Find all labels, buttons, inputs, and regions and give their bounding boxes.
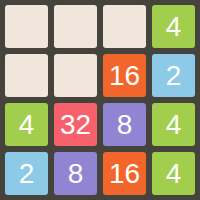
cell-r1c2: 16 bbox=[103, 54, 146, 97]
cell-r2c1: 32 bbox=[54, 103, 97, 146]
cell-r1c3: 2 bbox=[152, 54, 195, 97]
cell-r0c3: 4 bbox=[152, 5, 195, 48]
cell-r0c0 bbox=[5, 5, 48, 48]
cell-r2c2: 8 bbox=[103, 103, 146, 146]
cell-r3c3: 4 bbox=[152, 152, 195, 195]
cell-r0c1 bbox=[54, 5, 97, 48]
2048-board[interactable]: 4 16 2 4 32 8 4 2 8 16 4 bbox=[0, 0, 200, 200]
cell-r2c0: 4 bbox=[5, 103, 48, 146]
cell-r1c0 bbox=[5, 54, 48, 97]
cell-r2c3: 4 bbox=[152, 103, 195, 146]
cell-r1c1 bbox=[54, 54, 97, 97]
cell-r3c1: 8 bbox=[54, 152, 97, 195]
cell-r3c0: 2 bbox=[5, 152, 48, 195]
cell-r0c2 bbox=[103, 5, 146, 48]
cell-r3c2: 16 bbox=[103, 152, 146, 195]
